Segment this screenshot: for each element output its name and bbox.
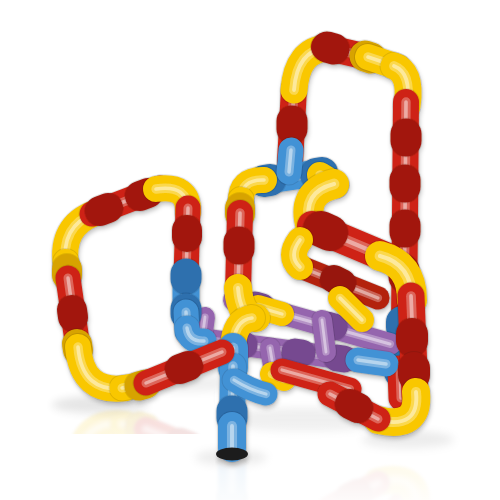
product-photo	[0, 0, 500, 500]
toy-structure-svg	[0, 0, 500, 500]
